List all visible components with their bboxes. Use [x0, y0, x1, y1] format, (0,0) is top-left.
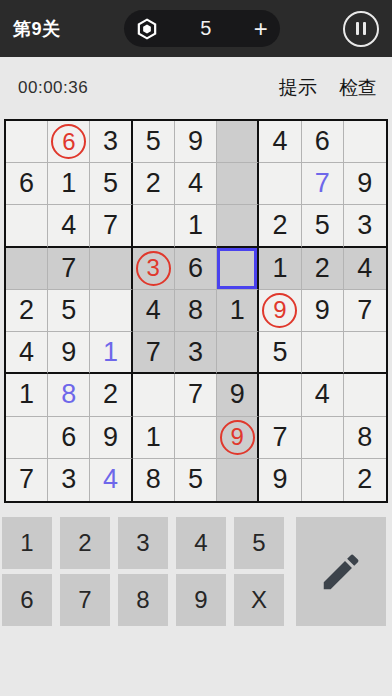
sudoku-cell-r9c8[interactable]: [302, 459, 344, 501]
toolbar-actions: 提示 检查: [268, 67, 388, 109]
sudoku-cell-r6c2[interactable]: 9: [48, 332, 90, 374]
sudoku-cell-r7c5[interactable]: 7: [175, 374, 217, 416]
sudoku-cell-r3c9[interactable]: 3: [344, 205, 386, 247]
sudoku-cell-r2c1[interactable]: 6: [6, 163, 48, 205]
number-pad: 123456789X: [2, 517, 386, 626]
sudoku-cell-r4c3[interactable]: [90, 248, 132, 290]
sudoku-cell-r8c2[interactable]: 6: [48, 417, 90, 459]
sudoku-cell-r9c9[interactable]: 2: [344, 459, 386, 501]
digit-key-2[interactable]: 2: [60, 517, 110, 569]
sudoku-cell-r9c5[interactable]: 5: [175, 459, 217, 501]
sudoku-cell-r7c8[interactable]: 4: [302, 374, 344, 416]
error-circle: 9: [262, 293, 297, 328]
error-circle: 3: [136, 251, 171, 286]
sudoku-cell-r8c5[interactable]: [175, 417, 217, 459]
sudoku-cell-r2c5[interactable]: 4: [175, 163, 217, 205]
sudoku-cell-r3c3[interactable]: 7: [90, 205, 132, 247]
sudoku-cell-r3c8[interactable]: 5: [302, 205, 344, 247]
sudoku-cell-r2c4[interactable]: 2: [133, 163, 175, 205]
sudoku-cell-r6c8[interactable]: [302, 332, 344, 374]
level-label: 第9关: [13, 17, 61, 41]
sudoku-cell-r6c9[interactable]: [344, 332, 386, 374]
erase-key[interactable]: X: [234, 574, 284, 626]
sudoku-cell-r1c5[interactable]: 9: [175, 121, 217, 163]
sudoku-cell-r7c4[interactable]: [133, 374, 175, 416]
sudoku-cell-r8c4[interactable]: 1: [133, 417, 175, 459]
error-circle: 6: [51, 124, 86, 159]
sudoku-cell-r6c3[interactable]: 1: [90, 332, 132, 374]
sudoku-cell-r2c8[interactable]: 7: [302, 163, 344, 205]
digit-key-3[interactable]: 3: [118, 517, 168, 569]
sudoku-cell-r8c1[interactable]: [6, 417, 48, 459]
sudoku-cell-r4c6[interactable]: [217, 248, 259, 290]
sudoku-cell-r9c7[interactable]: 9: [259, 459, 301, 501]
sudoku-cell-r5c1[interactable]: 2: [6, 290, 48, 332]
sudoku-cell-r1c9[interactable]: [344, 121, 386, 163]
sudoku-cell-r9c6[interactable]: [217, 459, 259, 501]
sudoku-cell-r8c3[interactable]: 9: [90, 417, 132, 459]
sudoku-cell-r9c4[interactable]: 8: [133, 459, 175, 501]
sudoku-cell-r5c3[interactable]: [90, 290, 132, 332]
digit-key-7[interactable]: 7: [60, 574, 110, 626]
add-gems-button[interactable]: +: [254, 17, 268, 41]
sudoku-cell-r2c7[interactable]: [259, 163, 301, 205]
timer: 00:00:36: [18, 78, 88, 98]
sudoku-cell-r7c7[interactable]: [259, 374, 301, 416]
sudoku-board[interactable]: 6359466152479471253736124254819974917351…: [4, 119, 388, 503]
sudoku-cell-r7c1[interactable]: 1: [6, 374, 48, 416]
gem-icon: [136, 18, 158, 40]
sudoku-cell-r1c8[interactable]: 6: [302, 121, 344, 163]
sudoku-cell-r1c3[interactable]: 3: [90, 121, 132, 163]
pause-icon: [356, 22, 366, 35]
sudoku-cell-r8c9[interactable]: 8: [344, 417, 386, 459]
sudoku-cell-r7c2[interactable]: 8: [48, 374, 90, 416]
sudoku-cell-r8c6[interactable]: 9: [217, 417, 259, 459]
sudoku-cell-r2c9[interactable]: 9: [344, 163, 386, 205]
digit-key-6[interactable]: 6: [2, 574, 52, 626]
sudoku-cell-r6c1[interactable]: 4: [6, 332, 48, 374]
sudoku-cell-r1c4[interactable]: 5: [133, 121, 175, 163]
hint-button[interactable]: 提示: [268, 67, 328, 109]
sudoku-cell-r3c1[interactable]: [6, 205, 48, 247]
check-button[interactable]: 检查: [328, 67, 388, 109]
gem-counter[interactable]: 5 +: [124, 10, 280, 47]
sudoku-cell-r5c7[interactable]: 9: [259, 290, 301, 332]
sudoku-cell-r4c1[interactable]: [6, 248, 48, 290]
sudoku-cell-r4c5[interactable]: 6: [175, 248, 217, 290]
error-circle: 9: [220, 420, 255, 455]
sudoku-cell-r1c6[interactable]: [217, 121, 259, 163]
sudoku-cell-r2c3[interactable]: 5: [90, 163, 132, 205]
sudoku-cell-r3c7[interactable]: 2: [259, 205, 301, 247]
sudoku-cell-r5c4[interactable]: 4: [133, 290, 175, 332]
sudoku-cell-r1c1[interactable]: [6, 121, 48, 163]
digit-key-1[interactable]: 1: [2, 517, 52, 569]
pause-button[interactable]: [343, 11, 379, 47]
sudoku-cell-r8c8[interactable]: [302, 417, 344, 459]
sudoku-cell-r4c8[interactable]: 2: [302, 248, 344, 290]
sudoku-cell-r7c3[interactable]: 2: [90, 374, 132, 416]
sudoku-cell-r2c2[interactable]: 1: [48, 163, 90, 205]
sudoku-cell-r5c2[interactable]: 5: [48, 290, 90, 332]
top-bar: 第9关 5 +: [0, 0, 392, 57]
pencil-icon: [318, 549, 364, 595]
toolbar: 00:00:36 提示 检查: [0, 57, 392, 119]
sudoku-cell-r4c2[interactable]: 7: [48, 248, 90, 290]
sudoku-cell-r6c7[interactable]: 5: [259, 332, 301, 374]
sudoku-cell-r5c8[interactable]: 9: [302, 290, 344, 332]
sudoku-cell-r3c5[interactable]: 1: [175, 205, 217, 247]
sudoku-cell-r9c1[interactable]: 7: [6, 459, 48, 501]
sudoku-cell-r7c9[interactable]: [344, 374, 386, 416]
digit-key-5[interactable]: 5: [234, 517, 284, 569]
sudoku-cell-r7c6[interactable]: 9: [217, 374, 259, 416]
sudoku-cell-r8c7[interactable]: 7: [259, 417, 301, 459]
sudoku-cell-r3c4[interactable]: [133, 205, 175, 247]
sudoku-cell-r1c2[interactable]: 6: [48, 121, 90, 163]
app: 第9关 5 + 00:00:36 提示 检查 63594661524794712…: [0, 0, 392, 696]
pencil-button[interactable]: [296, 517, 386, 626]
sudoku-cell-r6c4[interactable]: 7: [133, 332, 175, 374]
sudoku-cell-r5c6[interactable]: 1: [217, 290, 259, 332]
sudoku-cell-r4c9[interactable]: 4: [344, 248, 386, 290]
sudoku-cell-r6c5[interactable]: 3: [175, 332, 217, 374]
sudoku-cell-r6c6[interactable]: [217, 332, 259, 374]
sudoku-cell-r5c5[interactable]: 8: [175, 290, 217, 332]
sudoku-cell-r5c9[interactable]: 7: [344, 290, 386, 332]
gem-count: 5: [200, 17, 211, 40]
sudoku-cell-r9c2[interactable]: 3: [48, 459, 90, 501]
number-pad-keys: 123456789X: [2, 517, 284, 626]
sudoku-cell-r4c4[interactable]: 3: [133, 248, 175, 290]
digit-key-4[interactable]: 4: [176, 517, 226, 569]
digit-key-8[interactable]: 8: [118, 574, 168, 626]
sudoku-cell-r4c7[interactable]: 1: [259, 248, 301, 290]
sudoku-cell-r1c7[interactable]: 4: [259, 121, 301, 163]
sudoku-cell-r3c6[interactable]: [217, 205, 259, 247]
digit-key-9[interactable]: 9: [176, 574, 226, 626]
sudoku-cell-r2c6[interactable]: [217, 163, 259, 205]
sudoku-cell-r3c2[interactable]: 4: [48, 205, 90, 247]
sudoku-cell-r9c3[interactable]: 4: [90, 459, 132, 501]
